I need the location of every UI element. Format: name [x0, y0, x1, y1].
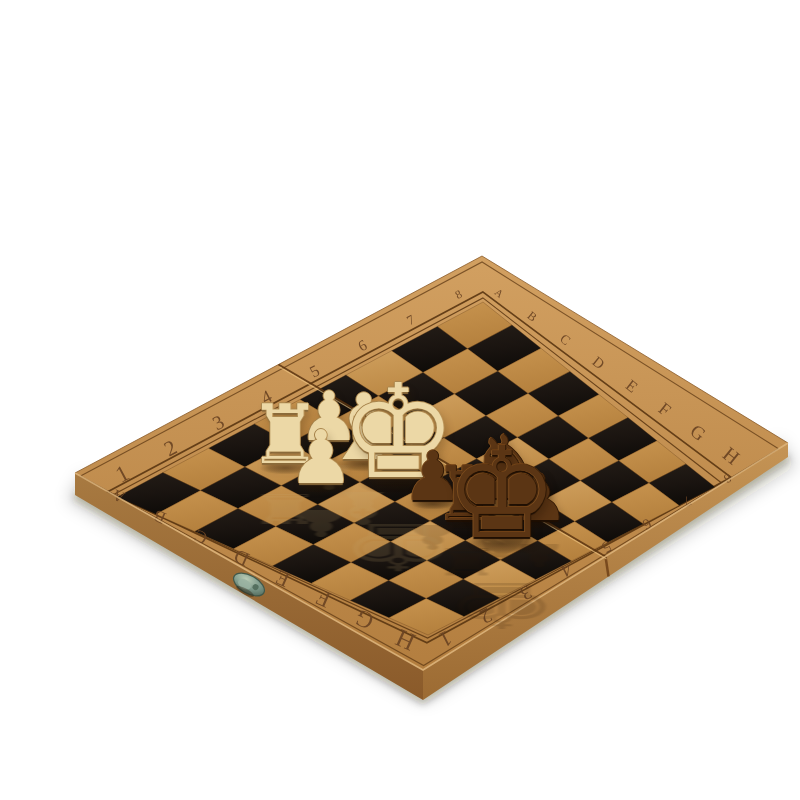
chess-board: 87654321ABCDEFGHABCDEFGH87654321	[0, 0, 800, 800]
chess-set-product-photo: 87654321ABCDEFGHABCDEFGH87654321 ♚♚♝♝♜♜♟…	[0, 0, 800, 800]
